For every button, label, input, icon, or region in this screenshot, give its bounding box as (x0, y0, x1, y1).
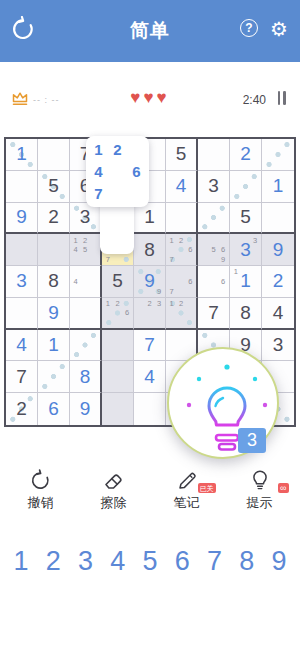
cell-r9c4[interactable] (102, 393, 134, 425)
pencil-icon (175, 468, 199, 492)
cell-r4c7[interactable]: 569 (198, 234, 230, 266)
timer-value: 2:40 (243, 93, 266, 107)
cell-value-r6c9: 4 (262, 298, 294, 328)
cell-value-r8c5: 4 (134, 361, 165, 392)
cell-r8c5[interactable]: 4 (134, 361, 166, 393)
bulb-icon (248, 468, 272, 492)
cell-notes-r5c6: 67 (167, 267, 195, 296)
pause-button[interactable] (278, 91, 286, 105)
cell-r9c1[interactable]: 2 (6, 393, 38, 425)
cell-notes-r4c3: 1245 (71, 235, 99, 264)
notes-off-badge: 已关 (198, 483, 216, 493)
cell-r6c9[interactable]: 4 (262, 298, 294, 330)
cell-value-r8c1: 7 (6, 361, 37, 392)
cell-value-r7c5: 7 (134, 330, 165, 361)
cell-notes-r6c5: 23 (135, 299, 164, 327)
cell-r3c6[interactable] (166, 203, 198, 235)
cell-r9c2[interactable]: 6 (38, 393, 70, 425)
cell-value-r6c8: 8 (230, 298, 261, 328)
numpad-1[interactable]: 1 (8, 541, 34, 581)
cell-value-r2c6: 4 (166, 171, 196, 202)
cell-value-r1c1: 1 (6, 139, 37, 170)
cell-r6c6[interactable]: 12 (166, 298, 198, 330)
magnifier-notes: 12467 (86, 136, 149, 207)
help-icon[interactable]: ? (240, 19, 258, 37)
cell-r8c3[interactable]: 8 (70, 361, 102, 393)
cell-r4c2[interactable] (38, 234, 70, 266)
cell-value-r2c2: 5 (38, 171, 69, 202)
cell-value-r5c8: 1 (230, 266, 261, 297)
cell-r5c2[interactable]: 8 (38, 266, 70, 298)
numpad-3[interactable]: 3 (73, 541, 99, 581)
cell-r7c2[interactable]: 1 (38, 330, 70, 362)
cell-r5c7[interactable]: 6 (198, 266, 230, 298)
cell-r2c6[interactable]: 4 (166, 171, 198, 203)
cell-r3c9[interactable] (262, 203, 294, 235)
cell-r3c2[interactable]: 2 (38, 203, 70, 235)
hint-popup[interactable]: 3 (167, 347, 279, 459)
cell-r9c3[interactable]: 9 (70, 393, 102, 425)
cell-r7c3[interactable] (70, 330, 102, 362)
status-row: -- : -- ♥♥♥ 2:40 (0, 62, 300, 120)
cell-r5c1[interactable]: 3 (6, 266, 38, 298)
cell-r5c6[interactable]: 67 (166, 266, 198, 298)
numpad-6[interactable]: 6 (169, 541, 195, 581)
notes-label: 笔记 (174, 494, 200, 512)
cell-r4c9[interactable]: 9 (262, 234, 294, 266)
cell-r3c7[interactable] (198, 203, 230, 235)
cell-value-r5c9: 2 (262, 266, 294, 297)
cell-r6c1[interactable] (6, 298, 38, 330)
hint-count-badge: 3 (238, 428, 266, 453)
cell-value-r3c3: 3 (70, 203, 100, 233)
cell-r6c5[interactable]: 23 (134, 298, 166, 330)
erase-button[interactable]: 擦除 (83, 468, 145, 512)
settings-gear-icon[interactable]: ⚙ (270, 16, 288, 42)
cell-notes-r4c6: 1267 (167, 235, 195, 264)
cell-r3c5[interactable]: 1 (134, 203, 166, 235)
cell-r5c8[interactable]: 11 (230, 266, 262, 298)
cell-value-r6c2: 9 (38, 298, 69, 328)
cell-r3c8[interactable]: 5 (230, 203, 262, 235)
cell-value-r4c5: 8 (134, 234, 165, 265)
cell-r4c8[interactable]: 33 (230, 234, 262, 266)
numpad-9[interactable]: 9 (266, 541, 292, 581)
erase-label: 擦除 (101, 494, 127, 512)
undo-button[interactable]: 撤销 (10, 468, 72, 512)
cell-r9c5[interactable] (134, 393, 166, 425)
cell-value-r9c3: 9 (70, 393, 100, 425)
cell-value-r5c1: 3 (6, 266, 37, 297)
cell-r7c5[interactable]: 7 (134, 330, 166, 362)
numpad-7[interactable]: 7 (202, 541, 228, 581)
cell-r1c6[interactable]: 5 (166, 139, 198, 171)
cell-r8c4[interactable] (102, 361, 134, 393)
cell-notes-r6c4: 126 (103, 299, 132, 327)
cell-r6c7[interactable]: 7 (198, 298, 230, 330)
cell-r4c6[interactable]: 1267 (166, 234, 198, 266)
cell-r6c2[interactable]: 9 (38, 298, 70, 330)
cell-r2c1[interactable] (6, 171, 38, 203)
cell-r2c2[interactable]: 5 (38, 171, 70, 203)
cell-r1c7[interactable] (198, 139, 230, 171)
hint-label: 提示 (247, 494, 273, 512)
cell-value-r4c8: 3 (230, 234, 261, 265)
app-screen: 简单 ? ⚙ -- : -- ♥♥♥ 2:40 1752564319231512… (0, 0, 300, 649)
cell-notes-r5c7: 6 (199, 267, 228, 296)
cell-r8c1[interactable]: 7 (6, 361, 38, 393)
cell-value-r5c4: 5 (102, 266, 133, 297)
cell-value-r5c2: 8 (38, 266, 69, 297)
undo-label: 撤销 (28, 494, 54, 512)
cell-r7c1[interactable]: 4 (6, 330, 38, 362)
cell-r4c5[interactable]: 8 (134, 234, 166, 266)
cell-value-r1c6: 5 (166, 139, 196, 170)
cell-value-r2c7: 3 (198, 171, 229, 202)
undo-icon (29, 468, 53, 492)
cell-value-r2c9: 1 (262, 171, 294, 202)
cell-r3c3[interactable]: 3 (70, 203, 102, 235)
cell-r5c5[interactable]: 99 (134, 266, 166, 298)
cell-r2c8[interactable] (230, 171, 262, 203)
cell-notes-r6c6: 12 (167, 299, 195, 327)
eraser-icon (102, 468, 126, 492)
cell-value-r9c2: 6 (38, 393, 69, 425)
top-bar: 简单 ? ⚙ (0, 0, 300, 62)
cell-r2c7[interactable]: 3 (198, 171, 230, 203)
cell-value-r6c7: 7 (198, 298, 229, 328)
cell-r5c4[interactable]: 5 (102, 266, 134, 298)
cell-r6c4[interactable]: 126 (102, 298, 134, 330)
cell-value-r3c8: 5 (230, 203, 261, 233)
cell-value-r8c3: 8 (70, 361, 100, 392)
cell-r6c3[interactable] (70, 298, 102, 330)
hint-infinity-badge: ∞ (278, 483, 288, 493)
cell-r1c8[interactable]: 2 (230, 139, 262, 171)
cell-r6c8[interactable]: 8 (230, 298, 262, 330)
cell-r1c9[interactable] (262, 139, 294, 171)
cell-r3c1[interactable]: 9 (6, 203, 38, 235)
numpad-8[interactable]: 8 (234, 541, 260, 581)
numpad-4[interactable]: 4 (105, 541, 131, 581)
cell-value-r3c1: 9 (6, 203, 37, 233)
cell-r5c9[interactable]: 2 (262, 266, 294, 298)
hint-button[interactable]: ∞ 提示 (229, 468, 291, 512)
cell-value-r3c5: 1 (134, 203, 165, 233)
numpad-5[interactable]: 5 (137, 541, 163, 581)
cell-value-r7c1: 4 (6, 330, 37, 361)
cell-notes-r4c7: 569 (199, 235, 228, 264)
notes-button[interactable]: 已关 笔记 (156, 468, 218, 512)
cell-r5c3[interactable]: 4 (70, 266, 102, 298)
cell-value-r7c2: 1 (38, 330, 69, 361)
cell-r1c1[interactable]: 1 (6, 139, 38, 171)
cell-value-r1c8: 2 (230, 139, 261, 170)
cell-value-r4c9: 9 (262, 234, 294, 265)
number-pad: 123456789 (0, 541, 300, 581)
toolbar: 撤销 擦除 已关 笔记 ∞ 提示 (0, 468, 300, 512)
cell-r4c3[interactable]: 1245 (70, 234, 102, 266)
cell-r7c4[interactable] (102, 330, 134, 362)
numpad-2[interactable]: 2 (40, 541, 66, 581)
cell-r8c2[interactable] (38, 361, 70, 393)
cell-r2c9[interactable]: 1 (262, 171, 294, 203)
cell-value-r9c1: 2 (6, 393, 37, 425)
cell-r4c1[interactable] (6, 234, 38, 266)
cell-r1c2[interactable] (38, 139, 70, 171)
cell-notes-r5c3: 4 (71, 267, 99, 296)
cell-value-r5c5: 9 (134, 266, 165, 297)
cell-value-r3c2: 2 (38, 203, 69, 233)
